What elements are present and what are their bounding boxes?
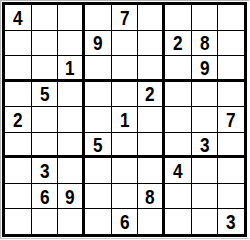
cell-r7c2[interactable]: 3 [32, 158, 58, 183]
given-digit: 6 [120, 211, 130, 232]
cell-r8c1[interactable] [5, 184, 31, 209]
cell-r3c2[interactable] [32, 56, 58, 81]
cell-r7c5[interactable] [112, 158, 138, 183]
cell-r4c2[interactable]: 5 [32, 82, 58, 107]
cell-r8c3[interactable]: 9 [58, 184, 84, 209]
cell-r5c3[interactable] [58, 107, 84, 132]
cell-r4c5[interactable] [112, 82, 138, 107]
cell-r9c5[interactable]: 6 [112, 209, 138, 234]
cell-r2c8[interactable]: 8 [192, 31, 218, 56]
cell-r1c4[interactable] [85, 5, 111, 30]
cell-r9c1[interactable] [5, 209, 31, 234]
cell-r2c3[interactable] [58, 31, 84, 56]
cell-r8c4[interactable] [85, 184, 111, 209]
cell-r2c1[interactable] [5, 31, 31, 56]
cell-r2c9[interactable] [218, 31, 244, 56]
given-digit: 3 [226, 211, 236, 232]
cell-r1c1[interactable]: 4 [5, 5, 31, 30]
cell-r1c6[interactable] [138, 5, 164, 30]
given-digit: 9 [93, 32, 103, 53]
cell-r8c5[interactable] [112, 184, 138, 209]
cell-r7c7[interactable]: 4 [165, 158, 191, 183]
cell-r4c3[interactable] [58, 82, 84, 107]
cell-r4c6[interactable]: 2 [138, 82, 164, 107]
cell-r7c9[interactable] [218, 158, 244, 183]
cell-r4c7[interactable] [165, 82, 191, 107]
given-digit: 2 [13, 109, 23, 130]
given-digit: 4 [13, 7, 23, 28]
cell-r2c5[interactable] [112, 31, 138, 56]
given-digit: 3 [40, 160, 50, 181]
cell-r3c1[interactable] [5, 56, 31, 81]
cell-r4c1[interactable] [5, 82, 31, 107]
cell-r9c9[interactable]: 3 [218, 209, 244, 234]
cell-r3c3[interactable]: 1 [58, 56, 84, 81]
cell-r9c8[interactable] [192, 209, 218, 234]
cell-r7c3[interactable] [58, 158, 84, 183]
cell-r1c9[interactable] [218, 5, 244, 30]
cell-r9c4[interactable] [85, 209, 111, 234]
cell-r4c9[interactable] [218, 82, 244, 107]
given-digit: 2 [173, 32, 183, 53]
given-digit: 7 [226, 109, 236, 130]
cell-r5c5[interactable]: 1 [112, 107, 138, 132]
given-digit: 1 [65, 57, 75, 78]
cell-r6c4[interactable]: 5 [85, 133, 111, 158]
cell-r3c5[interactable] [112, 56, 138, 81]
cell-r5c7[interactable] [165, 107, 191, 132]
sudoku-grid: 479281952217533469863 [5, 5, 244, 234]
given-digit: 6 [40, 186, 50, 207]
cell-r9c2[interactable] [32, 209, 58, 234]
cell-r1c5[interactable]: 7 [112, 5, 138, 30]
given-digit: 9 [200, 57, 210, 78]
cell-r7c8[interactable] [192, 158, 218, 183]
cell-r3c4[interactable] [85, 56, 111, 81]
cell-r2c6[interactable] [138, 31, 164, 56]
sudoku-board: 479281952217533469863 [2, 2, 247, 237]
cell-r6c6[interactable] [138, 133, 164, 158]
cell-r7c1[interactable] [5, 158, 31, 183]
given-digit: 2 [145, 83, 155, 104]
cell-r1c7[interactable] [165, 5, 191, 30]
cell-r1c8[interactable] [192, 5, 218, 30]
given-digit: 5 [93, 134, 103, 155]
given-digit: 5 [40, 83, 50, 104]
cell-r3c9[interactable] [218, 56, 244, 81]
cell-r4c8[interactable] [192, 82, 218, 107]
cell-r1c2[interactable] [32, 5, 58, 30]
cell-r5c4[interactable] [85, 107, 111, 132]
cell-r6c9[interactable] [218, 133, 244, 158]
cell-r2c4[interactable]: 9 [85, 31, 111, 56]
cell-r2c7[interactable]: 2 [165, 31, 191, 56]
cell-r6c2[interactable] [32, 133, 58, 158]
cell-r8c9[interactable] [218, 184, 244, 209]
cell-r8c6[interactable]: 8 [138, 184, 164, 209]
cell-r6c5[interactable] [112, 133, 138, 158]
given-digit: 4 [173, 160, 183, 181]
cell-r4c4[interactable] [85, 82, 111, 107]
given-digit: 8 [145, 186, 155, 207]
cell-r9c3[interactable] [58, 209, 84, 234]
cell-r9c6[interactable] [138, 209, 164, 234]
cell-r6c3[interactable] [58, 133, 84, 158]
cell-r8c7[interactable] [165, 184, 191, 209]
given-digit: 1 [120, 109, 130, 130]
cell-r7c6[interactable] [138, 158, 164, 183]
given-digit: 3 [200, 134, 210, 155]
cell-r1c3[interactable] [58, 5, 84, 30]
cell-r9c7[interactable] [165, 209, 191, 234]
cell-r6c7[interactable] [165, 133, 191, 158]
given-digit: 7 [120, 7, 130, 28]
cell-r5c1[interactable]: 2 [5, 107, 31, 132]
cell-r3c7[interactable] [165, 56, 191, 81]
cell-r5c8[interactable] [192, 107, 218, 132]
cell-r5c6[interactable] [138, 107, 164, 132]
cell-r5c9[interactable]: 7 [218, 107, 244, 132]
cell-r7c4[interactable] [85, 158, 111, 183]
cell-r6c8[interactable]: 3 [192, 133, 218, 158]
cell-r3c8[interactable]: 9 [192, 56, 218, 81]
cell-r8c2[interactable]: 6 [32, 184, 58, 209]
given-digit: 9 [65, 186, 75, 207]
cell-r3c6[interactable] [138, 56, 164, 81]
cell-r2c2[interactable] [32, 31, 58, 56]
cell-r8c8[interactable] [192, 184, 218, 209]
cell-r6c1[interactable] [5, 133, 31, 158]
cell-r5c2[interactable] [32, 107, 58, 132]
given-digit: 8 [200, 32, 210, 53]
